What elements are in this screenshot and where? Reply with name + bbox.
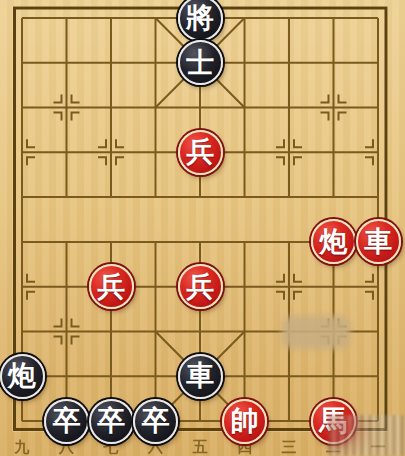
piece-glyph: 車 [364, 228, 392, 256]
piece-red-horse[interactable]: 馬 [311, 399, 356, 444]
piece-glyph: 車 [186, 362, 214, 390]
piece-glyph: 兵 [97, 273, 125, 301]
piece-glyph: 士 [186, 49, 214, 77]
piece-glyph: 卒 [53, 407, 81, 435]
xiangqi-board: 九八七六五四三二一 將士兵炮車兵兵炮車卒卒卒帥馬 [0, 0, 405, 456]
piece-black-cannon[interactable]: 炮 [0, 354, 45, 399]
file-label-9: 九 [15, 438, 30, 456]
piece-red-soldier[interactable]: 兵 [89, 264, 134, 309]
piece-black-soldier[interactable]: 卒 [44, 399, 89, 444]
piece-red-chariot[interactable]: 車 [356, 219, 401, 264]
piece-glyph: 將 [186, 4, 214, 32]
piece-glyph: 卒 [142, 407, 170, 435]
piece-red-general[interactable]: 帥 [222, 399, 267, 444]
piece-red-soldier[interactable]: 兵 [178, 130, 223, 175]
piece-glyph: 炮 [8, 362, 36, 390]
piece-glyph: 卒 [97, 407, 125, 435]
piece-black-chariot[interactable]: 車 [178, 354, 223, 399]
piece-glyph: 帥 [231, 407, 259, 435]
piece-black-advisor[interactable]: 士 [178, 40, 223, 85]
piece-glyph: 兵 [186, 273, 214, 301]
file-label-1: 一 [371, 438, 386, 456]
file-label-3: 三 [282, 438, 297, 456]
file-label-5: 五 [193, 438, 208, 456]
piece-glyph: 馬 [320, 407, 348, 435]
piece-glyph: 炮 [320, 228, 348, 256]
piece-glyph: 兵 [186, 138, 214, 166]
piece-black-general[interactable]: 將 [178, 0, 223, 41]
piece-black-soldier[interactable]: 卒 [89, 399, 134, 444]
piece-red-soldier[interactable]: 兵 [178, 264, 223, 309]
piece-black-soldier[interactable]: 卒 [133, 399, 178, 444]
